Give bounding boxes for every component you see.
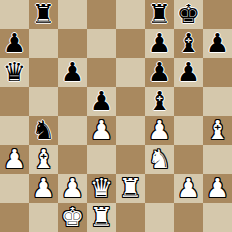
square-a6[interactable]: ♛	[0, 58, 29, 87]
square-d6[interactable]	[87, 58, 116, 87]
square-a1[interactable]	[0, 203, 29, 232]
piece-black-pawn[interactable]: ♟	[148, 58, 171, 87]
square-e6[interactable]	[116, 58, 145, 87]
piece-black-knight[interactable]: ♞	[32, 116, 55, 145]
square-h2[interactable]: ♟	[203, 174, 232, 203]
piece-white-king[interactable]: ♚	[61, 203, 84, 232]
piece-black-rook[interactable]: ♜	[148, 0, 171, 29]
square-b1[interactable]	[29, 203, 58, 232]
square-b4[interactable]: ♞	[29, 116, 58, 145]
piece-white-bishop[interactable]: ♝	[32, 145, 55, 174]
square-h1[interactable]	[203, 203, 232, 232]
square-g5[interactable]	[174, 87, 203, 116]
piece-black-queen[interactable]: ♛	[3, 58, 26, 87]
square-b5[interactable]	[29, 87, 58, 116]
square-c6[interactable]: ♟	[58, 58, 87, 87]
square-h6[interactable]	[203, 58, 232, 87]
piece-white-knight[interactable]: ♞	[148, 145, 171, 174]
piece-black-bishop[interactable]: ♝	[177, 29, 200, 58]
square-e3[interactable]	[116, 145, 145, 174]
piece-white-rook[interactable]: ♜	[119, 174, 142, 203]
square-c4[interactable]	[58, 116, 87, 145]
piece-black-pawn[interactable]: ♟	[177, 58, 200, 87]
square-h8[interactable]	[203, 0, 232, 29]
square-f5[interactable]: ♝	[145, 87, 174, 116]
piece-white-pawn[interactable]: ♟	[206, 174, 229, 203]
square-f3[interactable]: ♞	[145, 145, 174, 174]
square-e8[interactable]	[116, 0, 145, 29]
square-f1[interactable]	[145, 203, 174, 232]
square-a3[interactable]: ♟	[0, 145, 29, 174]
square-d2[interactable]: ♛	[87, 174, 116, 203]
square-f2[interactable]	[145, 174, 174, 203]
square-d7[interactable]	[87, 29, 116, 58]
square-g4[interactable]	[174, 116, 203, 145]
piece-black-pawn[interactable]: ♟	[206, 29, 229, 58]
square-c3[interactable]	[58, 145, 87, 174]
piece-black-king[interactable]: ♚	[177, 0, 200, 29]
square-f7[interactable]: ♟	[145, 29, 174, 58]
square-c7[interactable]	[58, 29, 87, 58]
square-a4[interactable]	[0, 116, 29, 145]
square-c5[interactable]	[58, 87, 87, 116]
square-f4[interactable]: ♟	[145, 116, 174, 145]
piece-black-rook[interactable]: ♜	[32, 0, 55, 29]
piece-black-pawn[interactable]: ♟	[90, 87, 113, 116]
square-d4[interactable]: ♟	[87, 116, 116, 145]
square-d1[interactable]: ♜	[87, 203, 116, 232]
piece-white-pawn[interactable]: ♟	[177, 174, 200, 203]
square-a7[interactable]: ♟	[0, 29, 29, 58]
square-b8[interactable]: ♜	[29, 0, 58, 29]
square-h4[interactable]: ♝	[203, 116, 232, 145]
square-e7[interactable]	[116, 29, 145, 58]
square-d5[interactable]: ♟	[87, 87, 116, 116]
square-e2[interactable]: ♜	[116, 174, 145, 203]
square-g1[interactable]	[174, 203, 203, 232]
square-a2[interactable]	[0, 174, 29, 203]
square-e4[interactable]	[116, 116, 145, 145]
piece-white-pawn[interactable]: ♟	[90, 116, 113, 145]
chess-board: ♜♜♚♟♟♝♟♛♟♟♟♟♝♞♟♟♝♟♝♞♟♟♛♜♟♟♚♜	[0, 0, 232, 232]
square-h3[interactable]	[203, 145, 232, 174]
piece-white-rook[interactable]: ♜	[90, 203, 113, 232]
square-g6[interactable]: ♟	[174, 58, 203, 87]
square-g8[interactable]: ♚	[174, 0, 203, 29]
piece-black-bishop[interactable]: ♝	[148, 87, 171, 116]
piece-white-bishop[interactable]: ♝	[206, 116, 229, 145]
square-d3[interactable]	[87, 145, 116, 174]
square-a8[interactable]	[0, 0, 29, 29]
square-c8[interactable]	[58, 0, 87, 29]
square-e5[interactable]	[116, 87, 145, 116]
square-g3[interactable]	[174, 145, 203, 174]
piece-white-pawn[interactable]: ♟	[148, 116, 171, 145]
square-g2[interactable]: ♟	[174, 174, 203, 203]
square-b3[interactable]: ♝	[29, 145, 58, 174]
piece-black-pawn[interactable]: ♟	[61, 58, 84, 87]
square-b7[interactable]	[29, 29, 58, 58]
piece-white-pawn[interactable]: ♟	[61, 174, 84, 203]
piece-black-pawn[interactable]: ♟	[3, 29, 26, 58]
square-b2[interactable]: ♟	[29, 174, 58, 203]
square-h7[interactable]: ♟	[203, 29, 232, 58]
square-c1[interactable]: ♚	[58, 203, 87, 232]
piece-white-pawn[interactable]: ♟	[3, 145, 26, 174]
square-f8[interactable]: ♜	[145, 0, 174, 29]
square-d8[interactable]	[87, 0, 116, 29]
square-h5[interactable]	[203, 87, 232, 116]
square-e1[interactable]	[116, 203, 145, 232]
square-b6[interactable]	[29, 58, 58, 87]
piece-white-queen[interactable]: ♛	[90, 174, 113, 203]
square-c2[interactable]: ♟	[58, 174, 87, 203]
piece-white-pawn[interactable]: ♟	[32, 174, 55, 203]
square-g7[interactable]: ♝	[174, 29, 203, 58]
square-f6[interactable]: ♟	[145, 58, 174, 87]
piece-black-pawn[interactable]: ♟	[148, 29, 171, 58]
square-a5[interactable]	[0, 87, 29, 116]
